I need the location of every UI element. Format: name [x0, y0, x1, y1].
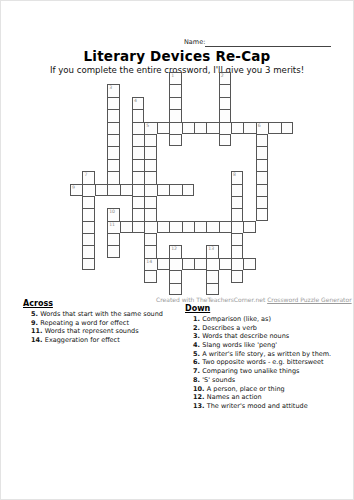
- grid-cell[interactable]: [231, 270, 243, 282]
- clue-item-text: Slang words like 'peng': [202, 341, 277, 349]
- clue-number: 4: [134, 98, 137, 103]
- grid-cell[interactable]: [144, 171, 156, 183]
- grid-cell[interactable]: [144, 196, 156, 208]
- clue-item-number: 11.: [31, 327, 45, 335]
- grid-cell[interactable]: [132, 184, 144, 196]
- grid-cell[interactable]: [219, 122, 231, 134]
- crossword-grid: 1234561478910111213: [70, 72, 293, 295]
- grid-cell[interactable]: [107, 159, 119, 171]
- grid-cell[interactable]: 1: [169, 72, 181, 84]
- grid-cell[interactable]: [144, 221, 156, 233]
- grid-cell[interactable]: 2: [219, 72, 231, 84]
- grid-cell[interactable]: [256, 146, 268, 158]
- grid-cell[interactable]: [194, 122, 206, 134]
- grid-cell[interactable]: [132, 171, 144, 183]
- grid-cell[interactable]: [107, 122, 119, 134]
- grid-cell[interactable]: [231, 122, 243, 134]
- grid-cell[interactable]: [231, 221, 243, 233]
- clue-item-number: 14.: [31, 336, 45, 344]
- grid-cell[interactable]: [82, 196, 94, 208]
- grid-cell[interactable]: [194, 258, 206, 270]
- grid-cell[interactable]: [182, 122, 194, 134]
- clue-item: 13. The writer's mood and attitude: [193, 403, 347, 410]
- grid-cell[interactable]: [231, 245, 243, 257]
- clue-item-text: Words that describe nouns: [202, 332, 289, 340]
- grid-cell[interactable]: 12: [169, 245, 181, 257]
- clue-item-text: A person, place or thing: [207, 385, 285, 393]
- grid-cell[interactable]: [144, 233, 156, 245]
- grid-cell[interactable]: [219, 109, 231, 121]
- grid-cell[interactable]: [157, 258, 169, 270]
- clue-number: 11: [109, 222, 115, 227]
- across-heading: Across: [23, 299, 173, 308]
- clue-item-text: Describes a verb: [202, 324, 257, 332]
- grid-cell[interactable]: [256, 134, 268, 146]
- grid-cell[interactable]: [169, 109, 181, 121]
- grid-cell[interactable]: [182, 258, 194, 270]
- grid-cell[interactable]: [82, 208, 94, 220]
- grid-cell[interactable]: [144, 184, 156, 196]
- clue-number: 6: [258, 123, 261, 128]
- down-clues-section: Down 1. Comparison (like, as)2. Describe…: [185, 304, 347, 412]
- grid-cell[interactable]: [243, 221, 255, 233]
- clue-item-text: Words that start with the same sound: [40, 310, 163, 318]
- clue-item-number: 5.: [193, 350, 202, 358]
- clue-number: 3: [109, 85, 112, 90]
- clue-item: 11. Words that represent sounds: [31, 328, 173, 335]
- grid-cell[interactable]: [144, 146, 156, 158]
- clue-number: 1: [171, 73, 174, 78]
- clue-item-text: 'S' sounds: [202, 376, 235, 384]
- grid-cell[interactable]: [144, 134, 156, 146]
- clue-number: 14: [146, 259, 152, 264]
- worksheet-page: Name: Literary Devices Re-Cap If you com…: [0, 0, 354, 500]
- credit-link[interactable]: Crossword Puzzle Generator: [267, 296, 351, 303]
- clue-item-number: 4.: [193, 341, 202, 349]
- clue-item-text: Comparing two unalike things: [202, 367, 299, 375]
- grid-cell[interactable]: [132, 122, 144, 134]
- grid-cell[interactable]: [256, 171, 268, 183]
- grid-cell[interactable]: [132, 109, 144, 121]
- grid-cell[interactable]: [169, 270, 181, 282]
- clue-number: 12: [171, 246, 177, 251]
- grid-cell[interactable]: [169, 84, 181, 96]
- clue-item: 12. Names an action: [193, 394, 347, 401]
- clue-number: 8: [233, 172, 236, 177]
- clue-item: 1. Comparison (like, as): [193, 316, 347, 323]
- grid-cell[interactable]: 8: [231, 171, 243, 183]
- grid-cell[interactable]: 11: [107, 221, 119, 233]
- credit-line: Created with TheTeachersCorner.net Cross…: [156, 296, 352, 303]
- clue-item: 5. A writer's life story, as written by …: [193, 351, 347, 358]
- clue-number: 7: [84, 172, 87, 177]
- grid-cell[interactable]: [132, 196, 144, 208]
- clue-item-number: 1.: [193, 315, 202, 323]
- clue-item-text: Exaggeration for effect: [45, 336, 120, 344]
- clue-item-number: 12.: [193, 393, 207, 401]
- grid-cell[interactable]: 7: [82, 171, 94, 183]
- grid-cell[interactable]: [194, 221, 206, 233]
- grid-cell[interactable]: [82, 184, 94, 196]
- grid-cell[interactable]: [107, 233, 119, 245]
- grid-cell[interactable]: [206, 283, 218, 295]
- grid-cell[interactable]: [243, 258, 255, 270]
- grid-cell[interactable]: [219, 221, 231, 233]
- grid-cell[interactable]: 4: [132, 97, 144, 109]
- grid-cell[interactable]: [82, 233, 94, 245]
- grid-cell[interactable]: [107, 245, 119, 257]
- grid-cell[interactable]: [132, 221, 144, 233]
- grid-cell[interactable]: [231, 208, 243, 220]
- across-clues-list: 5. Words that start with the same sound9…: [23, 311, 173, 344]
- grid-cell[interactable]: [243, 122, 255, 134]
- grid-cell[interactable]: [219, 134, 231, 146]
- grid-cell[interactable]: [219, 258, 231, 270]
- grid-cell[interactable]: [169, 97, 181, 109]
- grid-cell[interactable]: [206, 122, 218, 134]
- name-input-line[interactable]: [205, 46, 331, 47]
- clue-item: 14. Exaggeration for effect: [31, 337, 173, 344]
- grid-cell[interactable]: [169, 134, 181, 146]
- grid-cell[interactable]: [256, 208, 268, 220]
- clue-item-number: 10.: [193, 385, 207, 393]
- page-title: Literary Devices Re-Cap: [1, 48, 353, 64]
- grid-cell[interactable]: [169, 122, 181, 134]
- grid-cell[interactable]: [182, 184, 194, 196]
- grid-cell[interactable]: [231, 233, 243, 245]
- grid-cell[interactable]: [231, 184, 243, 196]
- grid-cell[interactable]: [256, 196, 268, 208]
- down-clues-list: 1. Comparison (like, as)2. Describes a v…: [185, 316, 347, 409]
- grid-cell[interactable]: [268, 122, 280, 134]
- down-heading: Down: [185, 304, 347, 313]
- clue-item: 6. Two opposite words - e.g. bittersweet: [193, 359, 347, 366]
- across-clues-section: Across 5. Words that start with the same…: [23, 299, 173, 346]
- grid-cell[interactable]: 14: [144, 258, 156, 270]
- grid-cell[interactable]: [132, 134, 144, 146]
- grid-cell[interactable]: [169, 283, 181, 295]
- clue-item-text: Repeating a word for effect: [40, 319, 129, 327]
- grid-cell[interactable]: [219, 84, 231, 96]
- grid-cell[interactable]: [256, 159, 268, 171]
- grid-cell[interactable]: [107, 134, 119, 146]
- clue-item: 7. Comparing two unalike things: [193, 368, 347, 375]
- clue-item-number: 5.: [31, 310, 40, 318]
- clue-item-text: Names an action: [207, 393, 262, 401]
- grid-cell[interactable]: [157, 122, 169, 134]
- clue-item-number: 6.: [193, 358, 202, 366]
- grid-cell[interactable]: [120, 221, 132, 233]
- grid-cell[interactable]: [82, 221, 94, 233]
- grid-cell[interactable]: [107, 146, 119, 158]
- clue-item-number: 8.: [193, 376, 202, 384]
- clue-item: 10. A person, place or thing: [193, 386, 347, 393]
- grid-cell[interactable]: [107, 109, 119, 121]
- grid-cell[interactable]: [144, 208, 156, 220]
- clue-item: 3. Words that describe nouns: [193, 333, 347, 340]
- grid-cell[interactable]: 13: [206, 245, 218, 257]
- grid-cell[interactable]: 5: [144, 122, 156, 134]
- grid-cell[interactable]: [182, 221, 194, 233]
- grid-cell[interactable]: [281, 122, 293, 134]
- clue-item-number: 7.: [193, 367, 202, 375]
- clue-item: 4. Slang words like 'peng': [193, 342, 347, 349]
- clue-item: 8. 'S' sounds: [193, 377, 347, 384]
- grid-cell[interactable]: [169, 258, 181, 270]
- clue-item-text: Two opposite words - e.g. bittersweet: [202, 358, 323, 366]
- clue-item: 5. Words that start with the same sound: [31, 311, 173, 318]
- grid-cell[interactable]: [169, 184, 181, 196]
- grid-cell[interactable]: [169, 221, 181, 233]
- clue-item-number: 2.: [193, 324, 202, 332]
- clue-number: 9: [72, 185, 75, 190]
- clue-item-number: 9.: [31, 319, 40, 327]
- grid-cell[interactable]: [144, 159, 156, 171]
- grid-cell[interactable]: [82, 258, 94, 270]
- clue-item: 9. Repeating a word for effect: [31, 320, 173, 327]
- clue-item: 2. Describes a verb: [193, 325, 347, 332]
- grid-cell[interactable]: [144, 245, 156, 257]
- grid-cell[interactable]: [219, 97, 231, 109]
- name-label: Name:: [184, 38, 205, 46]
- clue-item-number: 13.: [193, 402, 207, 410]
- clue-item-text: Words that represent sounds: [45, 327, 139, 335]
- clue-item-number: 3.: [193, 332, 202, 340]
- grid-cell[interactable]: [231, 258, 243, 270]
- grid-cell[interactable]: [107, 97, 119, 109]
- grid-cell[interactable]: [256, 184, 268, 196]
- grid-cell[interactable]: [107, 184, 119, 196]
- grid-cell[interactable]: [206, 221, 218, 233]
- grid-cell[interactable]: [231, 196, 243, 208]
- grid-cell[interactable]: [120, 184, 132, 196]
- grid-cell[interactable]: 10: [107, 208, 119, 220]
- clue-number: 10: [109, 209, 115, 214]
- grid-cell[interactable]: [157, 184, 169, 196]
- grid-cell[interactable]: 9: [70, 184, 82, 196]
- grid-cell[interactable]: 6: [256, 122, 268, 134]
- clue-number: 2: [221, 73, 224, 78]
- clue-number: 5: [146, 123, 149, 128]
- grid-cell[interactable]: [132, 146, 144, 158]
- grid-cell[interactable]: [206, 258, 218, 270]
- clue-number: 13: [208, 246, 214, 251]
- grid-cell[interactable]: [144, 270, 156, 282]
- grid-cell[interactable]: [132, 159, 144, 171]
- grid-cell[interactable]: [82, 245, 94, 257]
- clue-item-text: The writer's mood and attitude: [207, 402, 308, 410]
- clue-item-text: A writer's life story, as written by the…: [202, 350, 331, 358]
- grid-cell[interactable]: [132, 208, 144, 220]
- grid-cell[interactable]: [157, 221, 169, 233]
- grid-cell[interactable]: 3: [107, 84, 119, 96]
- clue-item-text: Comparison (like, as): [202, 315, 271, 323]
- grid-cell[interactable]: [107, 171, 119, 183]
- grid-cell[interactable]: [95, 184, 107, 196]
- grid-cell[interactable]: [206, 270, 218, 282]
